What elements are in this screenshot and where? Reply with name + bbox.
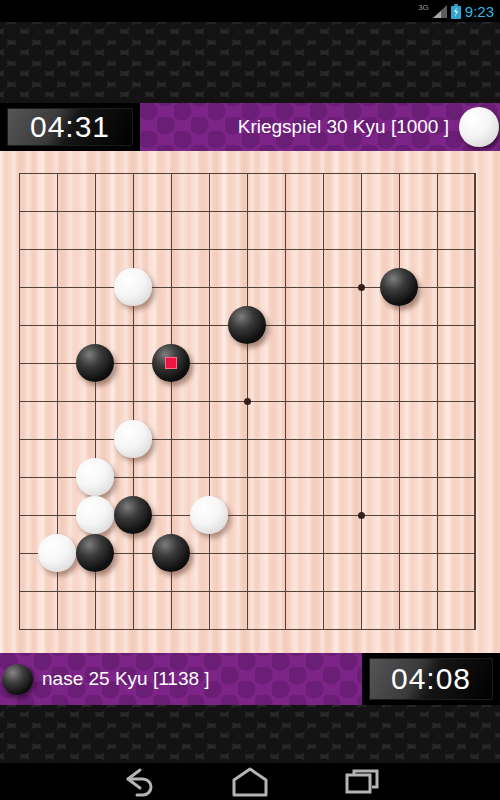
black-stone [114,496,152,534]
recents-button[interactable] [340,767,384,797]
android-nav-bar [0,763,500,800]
home-button[interactable] [228,767,272,797]
black-stone-icon [2,664,33,695]
white-clock: 04:31 [30,110,110,144]
black-stone [152,344,190,382]
black-stone [152,534,190,572]
white-player-bar: 04:31 Kriegspiel 30 Kyu [1000 ] [0,103,500,151]
black-player-strip: nase 25 Kyu [1138 ] [0,653,362,705]
hoshi-point [358,284,365,291]
black-stone [76,534,114,572]
black-clock: 04:08 [391,662,471,696]
black-player-bar: nase 25 Kyu [1138 ] 04:08 [0,653,500,705]
white-stone [76,496,114,534]
white-stone [114,420,152,458]
white-stone [76,458,114,496]
go-board[interactable] [0,151,500,653]
black-player-name: nase 25 Kyu [1138 ] [42,668,210,690]
status-clock: 9:23 [465,3,494,20]
white-player-strip: Kriegspiel 30 Kyu [1000 ] [140,103,500,151]
background-pattern-bottom [0,705,500,763]
home-icon [231,767,269,797]
network-type-label: 3G [418,3,429,12]
black-clock-box: 04:08 [362,653,500,705]
white-player-name: Kriegspiel 30 Kyu [1000 ] [238,116,449,138]
last-move-marker [165,357,177,369]
white-stone [38,534,76,572]
hoshi-point [244,398,251,405]
black-stone [76,344,114,382]
white-stone-icon [459,107,499,147]
black-stone [228,306,266,344]
background-pattern-top [0,22,500,103]
white-stone [114,268,152,306]
status-bar: 3G 9:23 [0,0,500,22]
signal-strength-icon [433,5,447,18]
back-button[interactable] [116,767,160,797]
black-stone [380,268,418,306]
hoshi-point [358,512,365,519]
white-stone [190,496,228,534]
recents-icon [344,767,380,797]
app-screen: 3G 9:23 04:31 Kriegspiel 30 Kyu [1000 ] [0,0,500,800]
battery-charging-icon [451,4,461,19]
white-clock-box: 04:31 [0,103,140,151]
back-icon [120,766,156,798]
